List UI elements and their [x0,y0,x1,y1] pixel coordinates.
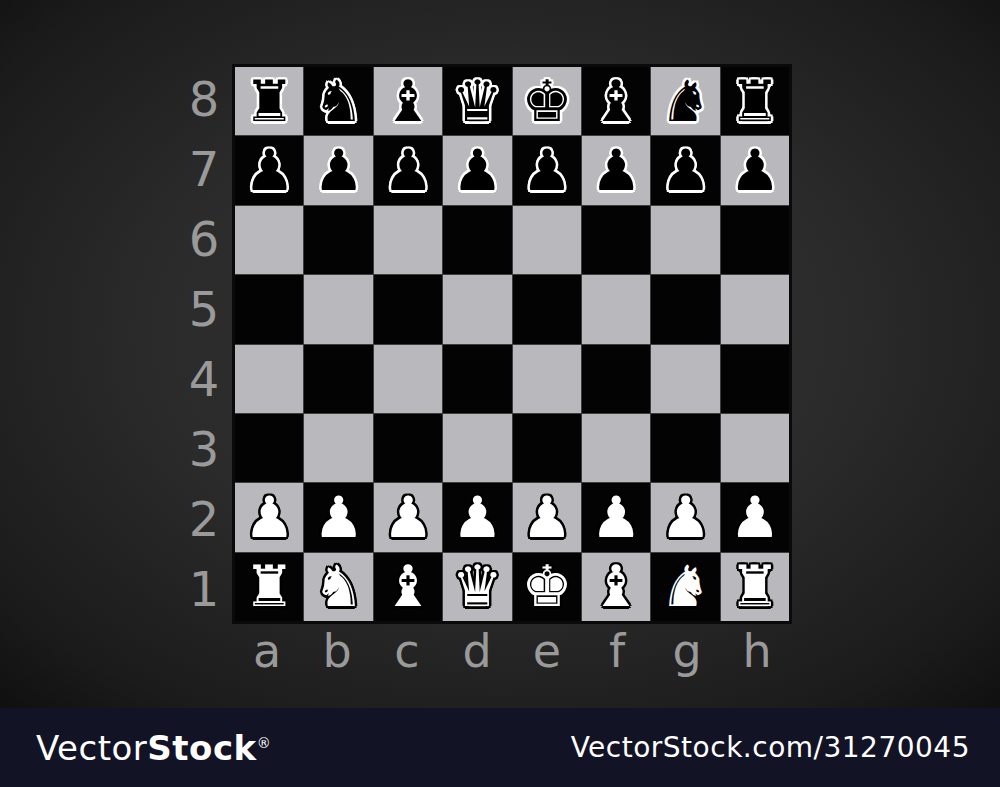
square-d2[interactable]: ♟ [443,483,511,551]
registered-trademark-icon: ® [257,734,272,750]
square-d6[interactable] [443,206,511,274]
square-h4[interactable] [721,345,789,413]
piece-white-pawn-d2[interactable]: ♟ [452,489,503,546]
square-g2[interactable]: ♟ [651,483,719,551]
piece-black-pawn-g7[interactable]: ♟ [660,142,711,199]
square-c5[interactable] [374,275,442,343]
file-label-f: f [582,624,652,674]
square-h6[interactable] [721,206,789,274]
square-b4[interactable] [304,345,372,413]
square-b6[interactable] [304,206,372,274]
file-label-c: c [372,624,442,674]
square-c2[interactable]: ♟ [374,483,442,551]
piece-white-rook-a1[interactable]: ♜ [244,558,295,615]
piece-white-pawn-e2[interactable]: ♟ [521,489,572,546]
piece-black-bishop-c8[interactable]: ♝ [382,73,433,130]
square-h2[interactable]: ♟ [721,483,789,551]
square-b7[interactable]: ♟ [304,136,372,204]
square-c4[interactable] [374,345,442,413]
file-label-h: h [722,624,792,674]
square-e3[interactable] [513,414,581,482]
piece-white-pawn-h2[interactable]: ♟ [729,489,780,546]
square-g8[interactable]: ♞ [651,67,719,135]
piece-black-pawn-a7[interactable]: ♟ [244,142,295,199]
rank-label-6: 6 [176,204,232,274]
piece-white-pawn-g2[interactable]: ♟ [660,489,711,546]
piece-black-pawn-b7[interactable]: ♟ [313,142,364,199]
watermark-bar: VectorStock® VectorStock.com/31270045 [0,708,1000,787]
rank-label-1: 1 [176,554,232,624]
rank-label-2: 2 [176,484,232,554]
square-a7[interactable]: ♟ [235,136,303,204]
square-b1[interactable]: ♞ [304,553,372,621]
square-g7[interactable]: ♟ [651,136,719,204]
square-c8[interactable]: ♝ [374,67,442,135]
square-d4[interactable] [443,345,511,413]
piece-black-pawn-f7[interactable]: ♟ [591,142,642,199]
rank-label-4: 4 [176,344,232,414]
square-e5[interactable] [513,275,581,343]
square-f5[interactable] [582,275,650,343]
square-d8[interactable]: ♛ [443,67,511,135]
piece-black-pawn-h7[interactable]: ♟ [729,142,780,199]
square-f8[interactable]: ♝ [582,67,650,135]
square-d3[interactable] [443,414,511,482]
square-h8[interactable]: ♜ [721,67,789,135]
square-h7[interactable]: ♟ [721,136,789,204]
piece-white-queen-d1[interactable]: ♛ [452,558,503,615]
square-d7[interactable]: ♟ [443,136,511,204]
corner-spacer [176,624,232,672]
vectorstock-url: VectorStock.com/31270045 [571,731,970,764]
square-a2[interactable]: ♟ [235,483,303,551]
piece-white-pawn-b2[interactable]: ♟ [313,489,364,546]
square-d1[interactable]: ♛ [443,553,511,621]
square-g1[interactable]: ♞ [651,553,719,621]
file-label-g: g [652,624,722,674]
square-a4[interactable] [235,345,303,413]
piece-white-knight-g1[interactable]: ♞ [660,558,711,615]
vectorstock-logo-vector: Vector [36,728,147,768]
piece-black-rook-h8[interactable]: ♜ [729,73,780,130]
rank-label-3: 3 [176,414,232,484]
square-f4[interactable] [582,345,650,413]
piece-white-pawn-c2[interactable]: ♟ [382,489,433,546]
square-g6[interactable] [651,206,719,274]
square-h1[interactable]: ♜ [721,553,789,621]
file-label-e: e [512,624,582,674]
square-a5[interactable] [235,275,303,343]
piece-black-knight-b8[interactable]: ♞ [313,73,364,130]
square-g5[interactable] [651,275,719,343]
chess-board-area: 87654321 ♜♞♝♛♚♝♞♜♟♟♟♟♟♟♟♟♟♟♟♟♟♟♟♟♜♞♝♛♚♝♞… [176,64,792,672]
square-f1[interactable]: ♝ [582,553,650,621]
rank-labels: 87654321 [176,64,232,624]
piece-black-pawn-c7[interactable]: ♟ [382,142,433,199]
piece-white-rook-h1[interactable]: ♜ [729,558,780,615]
square-f6[interactable] [582,206,650,274]
square-a3[interactable] [235,414,303,482]
piece-black-pawn-d7[interactable]: ♟ [452,142,503,199]
background-vignette: 87654321 ♜♞♝♛♚♝♞♜♟♟♟♟♟♟♟♟♟♟♟♟♟♟♟♟♜♞♝♛♚♝♞… [0,0,1000,708]
square-h5[interactable] [721,275,789,343]
piece-black-bishop-f8[interactable]: ♝ [591,73,642,130]
square-a6[interactable] [235,206,303,274]
square-c1[interactable]: ♝ [374,553,442,621]
file-label-b: b [302,624,372,674]
piece-black-knight-g8[interactable]: ♞ [660,73,711,130]
piece-black-rook-a8[interactable]: ♜ [244,73,295,130]
rank-label-5: 5 [176,274,232,344]
square-e6[interactable] [513,206,581,274]
square-e2[interactable]: ♟ [513,483,581,551]
piece-white-bishop-c1[interactable]: ♝ [382,558,433,615]
square-b5[interactable] [304,275,372,343]
piece-white-pawn-a2[interactable]: ♟ [244,489,295,546]
square-e4[interactable] [513,345,581,413]
square-g4[interactable] [651,345,719,413]
rank-label-8: 8 [176,64,232,134]
rank-label-7: 7 [176,134,232,204]
vectorstock-logo-stock: Stock [147,728,256,768]
square-g3[interactable] [651,414,719,482]
chess-board[interactable]: ♜♞♝♛♚♝♞♜♟♟♟♟♟♟♟♟♟♟♟♟♟♟♟♟♜♞♝♛♚♝♞♜ [232,64,792,624]
square-c7[interactable]: ♟ [374,136,442,204]
square-a8[interactable]: ♜ [235,67,303,135]
piece-white-pawn-f2[interactable]: ♟ [591,489,642,546]
square-b8[interactable]: ♞ [304,67,372,135]
square-e1[interactable]: ♚ [513,553,581,621]
piece-black-queen-d8[interactable]: ♛ [452,73,503,130]
piece-white-king-e1[interactable]: ♚ [521,558,572,615]
square-b2[interactable]: ♟ [304,483,372,551]
file-label-a: a [232,624,302,674]
square-c6[interactable] [374,206,442,274]
square-f7[interactable]: ♟ [582,136,650,204]
square-f2[interactable]: ♟ [582,483,650,551]
square-d5[interactable] [443,275,511,343]
vectorstock-logo: VectorStock® [36,728,271,768]
file-label-d: d [442,624,512,674]
square-a1[interactable]: ♜ [235,553,303,621]
square-h3[interactable] [721,414,789,482]
file-labels: abcdefgh [232,624,792,672]
square-f3[interactable] [582,414,650,482]
piece-white-knight-b1[interactable]: ♞ [313,558,364,615]
square-e8[interactable]: ♚ [513,67,581,135]
piece-black-king-e8[interactable]: ♚ [521,73,572,130]
piece-black-pawn-e7[interactable]: ♟ [521,142,572,199]
square-e7[interactable]: ♟ [513,136,581,204]
square-c3[interactable] [374,414,442,482]
square-b3[interactable] [304,414,372,482]
piece-white-bishop-f1[interactable]: ♝ [591,558,642,615]
